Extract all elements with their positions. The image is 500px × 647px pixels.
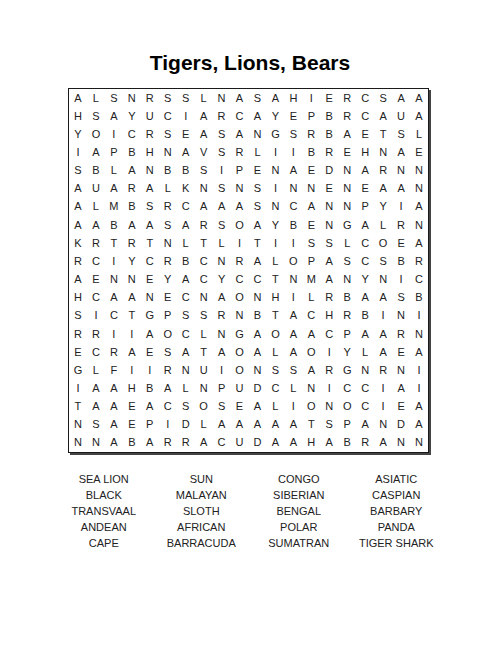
puzzle-title: Tigers, Lions, Bears — [0, 51, 500, 75]
grid-cell: N — [266, 162, 284, 180]
grid-cell: S — [141, 198, 159, 216]
grid-cell: A — [231, 125, 249, 143]
grid-cell: N — [356, 361, 374, 379]
grid-cell: S — [284, 125, 302, 143]
grid-cell: E — [177, 125, 195, 143]
word-list-item: ANDEAN — [55, 519, 153, 535]
grid-cell: N — [320, 398, 338, 416]
grid-cell: U — [87, 180, 105, 198]
grid-cell: A — [266, 416, 284, 434]
grid-cell: A — [123, 162, 141, 180]
grid-cell: A — [69, 216, 87, 234]
grid-cell: P — [231, 162, 249, 180]
grid-cell: R — [141, 125, 159, 143]
grid-cell: N — [231, 180, 249, 198]
grid-cell: I — [392, 198, 410, 216]
grid-cell: C — [356, 107, 374, 125]
grid-cell: A — [141, 434, 159, 452]
grid-cell: I — [105, 252, 123, 270]
grid-cell: U — [392, 107, 410, 125]
grid-cell: C — [356, 234, 374, 252]
grid-cell: C — [87, 252, 105, 270]
grid-cell: L — [213, 234, 231, 252]
grid-cell: E — [392, 343, 410, 361]
grid-cell: A — [356, 216, 374, 234]
grid-cell: A — [177, 216, 195, 234]
grid-cell: B — [356, 307, 374, 325]
grid-cell: L — [266, 252, 284, 270]
grid-cell: A — [356, 289, 374, 307]
grid-cell: A — [302, 198, 320, 216]
grid-cell: B — [320, 107, 338, 125]
grid-cell: A — [284, 325, 302, 343]
word-list-item: SUMATRAN — [250, 535, 348, 551]
grid-cell: B — [141, 379, 159, 397]
grid-cell: Y — [213, 270, 231, 288]
grid-cell: N — [177, 361, 195, 379]
grid-cell: T — [302, 416, 320, 434]
grid-cell: I — [410, 361, 428, 379]
word-list-item: TRANSVAAL — [55, 503, 153, 519]
grid-cell: I — [284, 289, 302, 307]
grid-cell: E — [356, 125, 374, 143]
grid-cell: A — [69, 270, 87, 288]
grid-cell: A — [356, 162, 374, 180]
grid-cell: A — [410, 107, 428, 125]
grid-cell: A — [87, 398, 105, 416]
grid-cell: A — [231, 198, 249, 216]
grid-cell: S — [249, 180, 267, 198]
grid-cell: S — [105, 89, 123, 107]
grid-cell: B — [123, 434, 141, 452]
word-list-column: CONGOSIBERIANBENGALPOLARSUMATRAN — [250, 471, 348, 551]
grid-cell: R — [374, 162, 392, 180]
grid-cell: C — [177, 325, 195, 343]
grid-cell: R — [159, 434, 177, 452]
grid-cell: C — [266, 379, 284, 397]
grid-cell: P — [105, 143, 123, 161]
grid-cell: B — [123, 143, 141, 161]
grid-cell: P — [302, 252, 320, 270]
grid-cell: C — [231, 107, 249, 125]
grid-cell: S — [213, 125, 231, 143]
grid-cell: T — [195, 343, 213, 361]
grid-cell: A — [284, 162, 302, 180]
grid-cell: A — [374, 107, 392, 125]
grid-cell: E — [302, 162, 320, 180]
grid-cell: C — [410, 270, 428, 288]
grid-cell: B — [302, 143, 320, 161]
grid-cell: A — [87, 379, 105, 397]
grid-cell: P — [141, 416, 159, 434]
grid-cell: E — [231, 398, 249, 416]
grid-cell: N — [87, 434, 105, 452]
grid-cell: A — [302, 325, 320, 343]
grid-cell: A — [374, 325, 392, 343]
grid-cell: R — [195, 216, 213, 234]
grid-cell: M — [105, 198, 123, 216]
grid-cell: A — [392, 180, 410, 198]
grid-cell: A — [284, 343, 302, 361]
grid-cell: S — [87, 107, 105, 125]
grid-cell: E — [320, 89, 338, 107]
grid-cell: A — [87, 216, 105, 234]
grid-cell: I — [266, 143, 284, 161]
grid-cell: A — [87, 143, 105, 161]
grid-cell: N — [141, 162, 159, 180]
grid-cell: I — [320, 343, 338, 361]
word-list-item: BLACK — [55, 487, 153, 503]
grid-cell: A — [195, 434, 213, 452]
grid-cell: D — [249, 434, 267, 452]
grid-cell: L — [177, 234, 195, 252]
grid-cell: S — [69, 162, 87, 180]
grid-cell: U — [231, 379, 249, 397]
grid-cell: E — [141, 270, 159, 288]
grid-cell: I — [374, 398, 392, 416]
grid-cell: N — [410, 216, 428, 234]
grid-cell: O — [231, 343, 249, 361]
grid-cell: E — [410, 143, 428, 161]
word-list-item: ASIATIC — [348, 471, 446, 487]
grid-cell: S — [249, 89, 267, 107]
word-list-item: CAPE — [55, 535, 153, 551]
grid-cell: B — [284, 216, 302, 234]
grid-cell: Y — [123, 252, 141, 270]
grid-cell: I — [105, 325, 123, 343]
grid-cell: N — [374, 143, 392, 161]
grid-cell: L — [410, 125, 428, 143]
grid-cell: N — [123, 270, 141, 288]
grid-cell: L — [195, 89, 213, 107]
grid-cell: A — [284, 434, 302, 452]
grid-cell: D — [177, 416, 195, 434]
grid-cell: A — [141, 180, 159, 198]
grid-cell: E — [320, 180, 338, 198]
grid-cell: C — [123, 125, 141, 143]
grid-cell: R — [338, 107, 356, 125]
grid-cell: O — [338, 398, 356, 416]
grid-cell: A — [141, 216, 159, 234]
grid-cell: H — [266, 289, 284, 307]
grid-cell: A — [69, 89, 87, 107]
grid-cell: S — [159, 216, 177, 234]
grid-cell: N — [338, 198, 356, 216]
grid-cell: N — [392, 307, 410, 325]
grid-cell: O — [231, 361, 249, 379]
grid-cell: G — [69, 361, 87, 379]
grid-cell: N — [105, 270, 123, 288]
word-list-item: CASPIAN — [348, 487, 446, 503]
grid-cell: L — [266, 398, 284, 416]
grid-cell: N — [302, 379, 320, 397]
grid-cell: A — [410, 198, 428, 216]
grid-cell: N — [410, 434, 428, 452]
grid-cell: P — [356, 198, 374, 216]
grid-cell: I — [374, 307, 392, 325]
grid-cell: R — [320, 361, 338, 379]
grid-cell: S — [249, 198, 267, 216]
grid-cell: I — [141, 361, 159, 379]
grid-cell: A — [392, 379, 410, 397]
grid-cell: E — [159, 289, 177, 307]
grid-cell: A — [392, 143, 410, 161]
word-list-item: BENGAL — [250, 503, 348, 519]
grid-cell: C — [302, 307, 320, 325]
grid-cell: A — [231, 416, 249, 434]
grid-cell: A — [195, 107, 213, 125]
grid-cell: O — [266, 325, 284, 343]
grid-cell: O — [284, 252, 302, 270]
grid-cell: S — [159, 125, 177, 143]
grid-cell: I — [284, 398, 302, 416]
grid-cell: A — [177, 143, 195, 161]
grid-cell: R — [231, 143, 249, 161]
grid-cell: H — [320, 307, 338, 325]
grid-cell: D — [249, 379, 267, 397]
grid-cell: A — [69, 180, 87, 198]
grid-cell: R — [410, 252, 428, 270]
grid-cell: H — [141, 143, 159, 161]
word-list-item: PANDA — [348, 519, 446, 535]
grid-cell: A — [141, 398, 159, 416]
grid-cell: A — [123, 216, 141, 234]
grid-cell: T — [105, 234, 123, 252]
grid-cell: C — [231, 270, 249, 288]
grid-cell: R — [374, 361, 392, 379]
grid-cell: R — [69, 325, 87, 343]
grid-cell: L — [338, 234, 356, 252]
grid-cell: H — [69, 289, 87, 307]
grid-cell: G — [141, 307, 159, 325]
grid-cell: L — [302, 289, 320, 307]
grid-cell: A — [177, 270, 195, 288]
grid-cell: C — [356, 89, 374, 107]
grid-cell: N — [195, 289, 213, 307]
grid-cell: N — [195, 379, 213, 397]
grid-cell: R — [338, 307, 356, 325]
grid-cell: O — [87, 125, 105, 143]
grid-cell: C — [338, 379, 356, 397]
grid-cell: E — [141, 343, 159, 361]
grid-cell: A — [195, 125, 213, 143]
grid-cell: L — [266, 343, 284, 361]
grid-cell: T — [374, 125, 392, 143]
grid-cell: R — [159, 252, 177, 270]
grid-cell: E — [356, 180, 374, 198]
grid-cell: N — [338, 162, 356, 180]
grid-cell: U — [231, 434, 249, 452]
grid-cell: R — [231, 252, 249, 270]
grid-cell: C — [249, 270, 267, 288]
grid-cell: A — [284, 416, 302, 434]
grid-cell: D — [392, 416, 410, 434]
grid-cell: C — [141, 252, 159, 270]
grid-cell: N — [159, 234, 177, 252]
grid-cell: R — [177, 434, 195, 452]
grid-cell: A — [249, 398, 267, 416]
grid-cell: L — [105, 162, 123, 180]
grid-cell: L — [159, 180, 177, 198]
grid-cell: L — [374, 216, 392, 234]
grid-cell: E — [392, 398, 410, 416]
grid-cell: S — [177, 89, 195, 107]
grid-cell: S — [213, 216, 231, 234]
grid-cell: I — [177, 107, 195, 125]
grid-cell: A — [249, 252, 267, 270]
grid-cell: E — [123, 416, 141, 434]
grid-cell: A — [105, 289, 123, 307]
grid-cell: L — [356, 343, 374, 361]
grid-cell: S — [338, 252, 356, 270]
grid-cell: L — [249, 143, 267, 161]
grid-cell: A — [177, 343, 195, 361]
grid-cell: N — [338, 180, 356, 198]
grid-cell: B — [392, 252, 410, 270]
grid-cell: Y — [123, 107, 141, 125]
grid-cell: U — [195, 361, 213, 379]
grid-cell: C — [356, 252, 374, 270]
grid-cell: N — [410, 180, 428, 198]
grid-cell: A — [302, 361, 320, 379]
grid-cell: E — [123, 398, 141, 416]
grid-cell: H — [123, 379, 141, 397]
grid-cell: N — [410, 162, 428, 180]
grid-cell: E — [87, 270, 105, 288]
grid-cell: C — [177, 198, 195, 216]
grid-cell: S — [69, 307, 87, 325]
grid-cell: S — [177, 307, 195, 325]
grid-cell: A — [69, 198, 87, 216]
grid-cell: H — [284, 89, 302, 107]
grid-cell: G — [266, 125, 284, 143]
grid-cell: C — [320, 325, 338, 343]
grid-cell: L — [284, 379, 302, 397]
grid-cell: I — [320, 379, 338, 397]
grid-cell: Y — [69, 125, 87, 143]
grid-cell: E — [284, 107, 302, 125]
grid-cell: N — [231, 307, 249, 325]
grid-cell: I — [374, 379, 392, 397]
grid-cell: N — [392, 434, 410, 452]
grid-cell: E — [69, 343, 87, 361]
grid-cell: A — [195, 198, 213, 216]
grid-cell: R — [159, 198, 177, 216]
grid-cell: A — [392, 89, 410, 107]
grid-cell: Y — [266, 216, 284, 234]
grid-cell: E — [249, 162, 267, 180]
grid-cell: C — [87, 289, 105, 307]
grid-cell: N — [69, 416, 87, 434]
grid-cell: R — [392, 216, 410, 234]
grid-cell: R — [302, 125, 320, 143]
grid-cell: N — [284, 180, 302, 198]
grid-cell: G — [338, 216, 356, 234]
grid-cell: C — [159, 398, 177, 416]
grid-cell: N — [392, 361, 410, 379]
grid-cell: N — [374, 270, 392, 288]
grid-cell: N — [213, 252, 231, 270]
grid-cell: R — [141, 89, 159, 107]
grid-cell: O — [159, 325, 177, 343]
grid-cell: B — [338, 289, 356, 307]
grid-cell: R — [105, 343, 123, 361]
grid-cell: I — [69, 379, 87, 397]
word-list-item: SEA LION — [55, 471, 153, 487]
grid-cell: O — [302, 343, 320, 361]
grid-cell: H — [356, 143, 374, 161]
grid-cell: A — [356, 416, 374, 434]
grid-cell: R — [69, 252, 87, 270]
grid-cell: B — [177, 162, 195, 180]
grid-cell: L — [87, 198, 105, 216]
grid-cell: R — [356, 434, 374, 452]
grid-cell: R — [213, 107, 231, 125]
grid-cell: A — [410, 234, 428, 252]
grid-cell: N — [249, 125, 267, 143]
word-list-column: ASIATICCASPIANBARBARYPANDATIGER SHARK — [348, 471, 446, 551]
grid-cell: O — [231, 216, 249, 234]
grid-cell: Y — [338, 343, 356, 361]
grid-cell: B — [105, 216, 123, 234]
grid-cell: I — [69, 143, 87, 161]
word-list-column: SEA LIONBLACKTRANSVAALANDEANCAPE — [55, 471, 153, 551]
grid-cell: A — [338, 125, 356, 143]
grid-cell: R — [87, 325, 105, 343]
grid-cell: S — [320, 234, 338, 252]
grid-cell: D — [320, 162, 338, 180]
grid-cell: F — [105, 361, 123, 379]
grid-cell: N — [338, 270, 356, 288]
word-list-item: TIGER SHARK — [348, 535, 446, 551]
grid-cell: T — [249, 234, 267, 252]
grid-cell: C — [105, 307, 123, 325]
grid-cell: I — [410, 379, 428, 397]
grid-cell: I — [284, 234, 302, 252]
grid-cell: A — [410, 89, 428, 107]
grid-cell: S — [213, 180, 231, 198]
grid-cell: R — [123, 180, 141, 198]
grid-cell: A — [213, 289, 231, 307]
word-list-item: SUN — [153, 471, 251, 487]
grid-cell: S — [213, 398, 231, 416]
grid-cell: A — [249, 325, 267, 343]
grid-cell: N — [320, 216, 338, 234]
grid-cell: C — [177, 289, 195, 307]
grid-cell: S — [374, 252, 392, 270]
grid-cell: O — [374, 234, 392, 252]
grid-cell: N — [123, 89, 141, 107]
grid-cell: S — [87, 416, 105, 434]
grid-cell: K — [177, 180, 195, 198]
grid-cell: C — [356, 398, 374, 416]
grid-cell: I — [231, 234, 249, 252]
word-list-item: POLAR — [250, 519, 348, 535]
grid-cell: C — [195, 270, 213, 288]
grid-cell: N — [69, 434, 87, 452]
grid-cell: T — [195, 234, 213, 252]
grid-cell: R — [338, 89, 356, 107]
grid-cell: C — [87, 343, 105, 361]
grid-cell: U — [141, 107, 159, 125]
grid-cell: A — [374, 180, 392, 198]
grid-cell: A — [213, 198, 231, 216]
grid-cell: T — [266, 307, 284, 325]
grid-cell: N — [374, 416, 392, 434]
grid-cell: A — [105, 180, 123, 198]
grid-cell: A — [159, 379, 177, 397]
grid-cell: C — [213, 434, 231, 452]
